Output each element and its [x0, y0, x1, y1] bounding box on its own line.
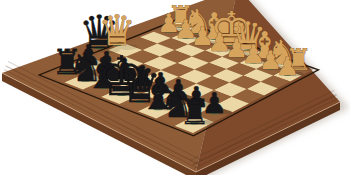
white-pawn-a2[interactable]: ♟: [276, 51, 299, 81]
black-rook-a8[interactable]: ♜: [179, 92, 210, 132]
chess-set-product-photo: ♛♛♜♞♝♚♛♝♞♜♟♟♟♟♟♟♟♟♟♟♟♟♟♟♟♟♜♞♝♚♛♝♞♜: [0, 0, 350, 175]
chess-board: ♛♛♜♞♝♚♛♝♞♜♟♟♟♟♟♟♟♟♟♟♟♟♟♟♟♟♜♞♝♚♛♝♞♜: [0, 0, 350, 175]
